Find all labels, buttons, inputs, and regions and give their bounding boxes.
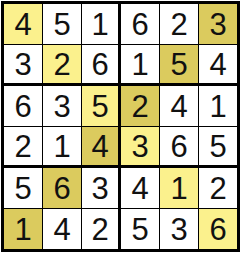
cell-r3c5[interactable]: 4 xyxy=(160,86,198,126)
cell-r2c5[interactable]: 5 xyxy=(160,45,198,85)
cell-r6c2[interactable]: 4 xyxy=(43,209,81,249)
cell-r5c2[interactable]: 6 xyxy=(43,168,81,208)
cell-r3c3[interactable]: 5 xyxy=(82,86,120,126)
cell-r2c6[interactable]: 4 xyxy=(199,45,237,85)
cell-r5c5[interactable]: 1 xyxy=(160,168,198,208)
cell-r1c1[interactable]: 4 xyxy=(4,4,42,44)
cell-r4c2[interactable]: 1 xyxy=(43,127,81,167)
cell-r6c1[interactable]: 1 xyxy=(4,209,42,249)
cell-r6c5[interactable]: 3 xyxy=(160,209,198,249)
cell-r1c2[interactable]: 5 xyxy=(43,4,81,44)
cell-r2c3[interactable]: 6 xyxy=(82,45,120,85)
cell-r5c6[interactable]: 2 xyxy=(199,168,237,208)
cell-r6c4[interactable]: 5 xyxy=(121,209,159,249)
cell-r1c4[interactable]: 6 xyxy=(121,4,159,44)
cell-r4c5[interactable]: 6 xyxy=(160,127,198,167)
cell-r3c4[interactable]: 2 xyxy=(121,86,159,126)
cell-r4c1[interactable]: 2 xyxy=(4,127,42,167)
cell-r5c3[interactable]: 3 xyxy=(82,168,120,208)
cell-r2c4[interactable]: 1 xyxy=(121,45,159,85)
sudoku-board: 451623326154635241214365563412142536 xyxy=(1,1,240,252)
cell-r6c6[interactable]: 6 xyxy=(199,209,237,249)
cell-r3c2[interactable]: 3 xyxy=(43,86,81,126)
cell-r5c1[interactable]: 5 xyxy=(4,168,42,208)
page: 451623326154635241214365563412142536 xyxy=(0,0,243,255)
cell-r3c1[interactable]: 6 xyxy=(4,86,42,126)
cell-r4c6[interactable]: 5 xyxy=(199,127,237,167)
cell-r3c6[interactable]: 1 xyxy=(199,86,237,126)
cell-r2c2[interactable]: 2 xyxy=(43,45,81,85)
cell-r6c3[interactable]: 2 xyxy=(82,209,120,249)
cell-r2c1[interactable]: 3 xyxy=(4,45,42,85)
cell-r4c4[interactable]: 3 xyxy=(121,127,159,167)
cell-r5c4[interactable]: 4 xyxy=(121,168,159,208)
cell-r1c5[interactable]: 2 xyxy=(160,4,198,44)
cell-r1c3[interactable]: 1 xyxy=(82,4,120,44)
cell-r1c6[interactable]: 3 xyxy=(199,4,237,44)
cell-r4c3[interactable]: 4 xyxy=(82,127,120,167)
